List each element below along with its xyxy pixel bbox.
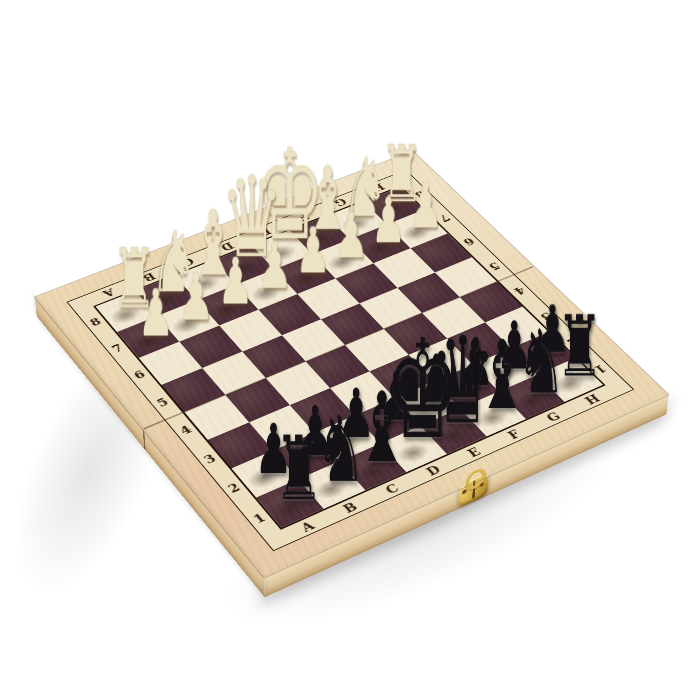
brass-clasp: [458, 472, 489, 508]
square-b5: [202, 352, 266, 395]
product-photo: ABCDEFGH ABCDEFGH 87654321 87654321 ♜♞♝♛…: [0, 0, 700, 700]
board-print-area: ABCDEFGH ABCDEFGH 87654321 87654321 ♜♞♝♛…: [66, 170, 634, 552]
scene: ABCDEFGH ABCDEFGH 87654321 87654321 ♜♞♝♛…: [0, 0, 700, 700]
white-pawn: ♟: [115, 281, 196, 346]
square-a7: ♟: [117, 316, 179, 358]
chess-board: ABCDEFGH ABCDEFGH 87654321 87654321 ♜♞♝♛…: [35, 151, 669, 578]
fold-hinge-notch: [143, 429, 146, 450]
black-rook: ♜: [243, 424, 353, 513]
clasp-ring: [466, 466, 486, 493]
